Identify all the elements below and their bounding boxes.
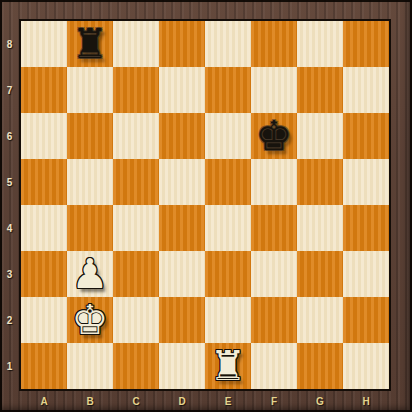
square-a3[interactable] — [21, 251, 67, 297]
piece-white-king[interactable]: ♚ — [67, 297, 113, 343]
square-a4[interactable] — [21, 205, 67, 251]
square-a1[interactable] — [21, 343, 67, 389]
chess-board: ♜♚♟♚♜ — [19, 19, 391, 391]
piece-white-rook[interactable]: ♜ — [205, 343, 251, 389]
square-d6[interactable] — [159, 113, 205, 159]
square-f4[interactable] — [251, 205, 297, 251]
square-e1[interactable]: ♜ — [205, 343, 251, 389]
square-c6[interactable] — [113, 113, 159, 159]
square-b7[interactable] — [67, 67, 113, 113]
square-d2[interactable] — [159, 297, 205, 343]
square-b8[interactable]: ♜ — [67, 21, 113, 67]
square-f1[interactable] — [251, 343, 297, 389]
square-b3[interactable]: ♟ — [67, 251, 113, 297]
rank-label-3: 3 — [0, 251, 19, 297]
square-a2[interactable] — [21, 297, 67, 343]
rank-label-7: 7 — [0, 67, 19, 113]
square-h8[interactable] — [343, 21, 389, 67]
file-label-d: D — [159, 391, 205, 412]
file-label-c: C — [113, 391, 159, 412]
square-c4[interactable] — [113, 205, 159, 251]
square-c8[interactable] — [113, 21, 159, 67]
file-label-b: B — [67, 391, 113, 412]
square-a8[interactable] — [21, 21, 67, 67]
square-h1[interactable] — [343, 343, 389, 389]
square-d1[interactable] — [159, 343, 205, 389]
square-g3[interactable] — [297, 251, 343, 297]
square-h7[interactable] — [343, 67, 389, 113]
square-h2[interactable] — [343, 297, 389, 343]
square-f8[interactable] — [251, 21, 297, 67]
square-g6[interactable] — [297, 113, 343, 159]
square-b6[interactable] — [67, 113, 113, 159]
square-h3[interactable] — [343, 251, 389, 297]
file-label-a: A — [21, 391, 67, 412]
square-e3[interactable] — [205, 251, 251, 297]
square-f2[interactable] — [251, 297, 297, 343]
square-d3[interactable] — [159, 251, 205, 297]
rank-label-6: 6 — [0, 113, 19, 159]
square-a5[interactable] — [21, 159, 67, 205]
square-h4[interactable] — [343, 205, 389, 251]
square-g4[interactable] — [297, 205, 343, 251]
square-a6[interactable] — [21, 113, 67, 159]
square-b2[interactable]: ♚ — [67, 297, 113, 343]
square-f5[interactable] — [251, 159, 297, 205]
square-b4[interactable] — [67, 205, 113, 251]
square-a7[interactable] — [21, 67, 67, 113]
square-h6[interactable] — [343, 113, 389, 159]
square-e6[interactable] — [205, 113, 251, 159]
square-d5[interactable] — [159, 159, 205, 205]
rank-label-5: 5 — [0, 159, 19, 205]
square-c2[interactable] — [113, 297, 159, 343]
square-c3[interactable] — [113, 251, 159, 297]
square-c5[interactable] — [113, 159, 159, 205]
square-d7[interactable] — [159, 67, 205, 113]
square-f7[interactable] — [251, 67, 297, 113]
square-e5[interactable] — [205, 159, 251, 205]
file-label-h: H — [343, 391, 389, 412]
square-g7[interactable] — [297, 67, 343, 113]
square-d8[interactable] — [159, 21, 205, 67]
square-b5[interactable] — [67, 159, 113, 205]
piece-white-pawn[interactable]: ♟ — [67, 251, 113, 297]
rank-label-4: 4 — [0, 205, 19, 251]
square-f3[interactable] — [251, 251, 297, 297]
square-g8[interactable] — [297, 21, 343, 67]
rank-label-2: 2 — [0, 297, 19, 343]
chessboard-app: ♜♚♟♚♜ 87654321ABCDEFGH — [0, 0, 412, 412]
square-c7[interactable] — [113, 67, 159, 113]
piece-black-king[interactable]: ♚ — [251, 113, 297, 159]
square-e7[interactable] — [205, 67, 251, 113]
file-label-f: F — [251, 391, 297, 412]
file-label-e: E — [205, 391, 251, 412]
square-e4[interactable] — [205, 205, 251, 251]
square-g2[interactable] — [297, 297, 343, 343]
square-g1[interactable] — [297, 343, 343, 389]
rank-label-8: 8 — [0, 21, 19, 67]
square-b1[interactable] — [67, 343, 113, 389]
file-label-g: G — [297, 391, 343, 412]
piece-black-rook[interactable]: ♜ — [67, 21, 113, 67]
square-c1[interactable] — [113, 343, 159, 389]
square-e2[interactable] — [205, 297, 251, 343]
rank-label-1: 1 — [0, 343, 19, 389]
square-g5[interactable] — [297, 159, 343, 205]
square-e8[interactable] — [205, 21, 251, 67]
square-d4[interactable] — [159, 205, 205, 251]
square-f6[interactable]: ♚ — [251, 113, 297, 159]
square-h5[interactable] — [343, 159, 389, 205]
